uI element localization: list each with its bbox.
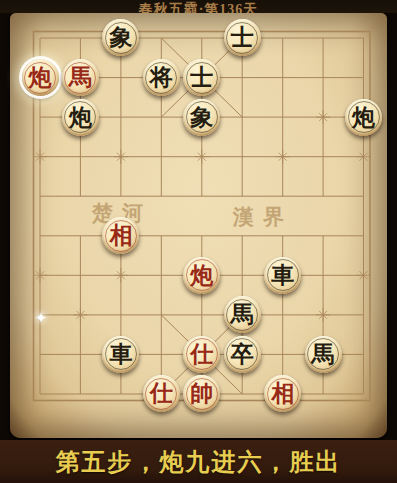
piece-red-general[interactable]: 帥 [183, 375, 220, 412]
piece-black-elephant[interactable]: 象 [183, 99, 220, 136]
piece-black-horse[interactable]: 馬 [224, 296, 261, 333]
move-origin-sparkle-icon: ✦ [35, 309, 48, 327]
piece-black-elephant[interactable]: 象 [102, 19, 139, 56]
piece-black-chariot[interactable]: 車 [102, 336, 139, 373]
level-title-bar: 春秋五霸·第136天 [0, 0, 397, 13]
level-title: 春秋五霸·第136天 [139, 2, 259, 13]
piece-black-advisor[interactable]: 士 [183, 59, 220, 96]
piece-red-advisor[interactable]: 仕 [143, 375, 180, 412]
hint-banner: 第五步，炮九进六，胜出 [0, 440, 397, 483]
piece-red-cannon[interactable]: 炮 [22, 59, 59, 96]
piece-black-cannon[interactable]: 炮 [62, 99, 99, 136]
piece-black-advisor[interactable]: 士 [224, 19, 261, 56]
piece-black-pawn[interactable]: 卒 [224, 336, 261, 373]
piece-black-general[interactable]: 将 [143, 59, 180, 96]
piece-black-cannon[interactable]: 炮 [345, 99, 382, 136]
xiangqi-app: 春秋五霸·第136天 楚河 漢界 象士炮馬将士炮象炮相炮車馬車仕卒馬仕帥相✦ 第… [0, 0, 397, 483]
piece-black-horse[interactable]: 馬 [305, 336, 342, 373]
piece-red-cannon[interactable]: 炮 [183, 257, 220, 294]
piece-red-elephant[interactable]: 相 [264, 375, 301, 412]
piece-red-elephant[interactable]: 相 [102, 217, 139, 254]
piece-red-horse[interactable]: 馬 [62, 59, 99, 96]
piece-red-advisor[interactable]: 仕 [183, 336, 220, 373]
board-grid[interactable]: 象士炮馬将士炮象炮相炮車馬車仕卒馬仕帥相✦ [20, 18, 384, 414]
piece-black-chariot[interactable]: 車 [264, 257, 301, 294]
hint-text: 第五步，炮九进六，胜出 [56, 446, 342, 478]
